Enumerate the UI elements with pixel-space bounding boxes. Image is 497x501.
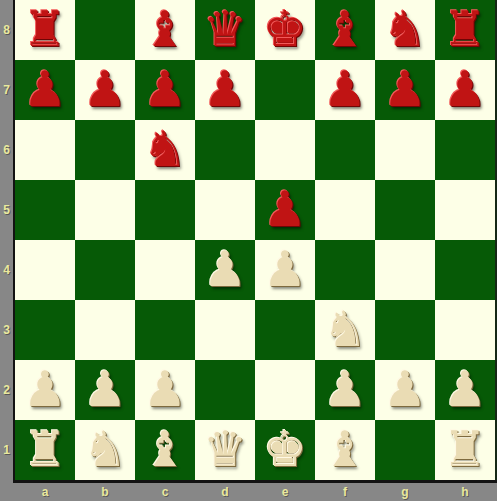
square-d7[interactable]: ♟ xyxy=(195,60,255,120)
square-d6[interactable] xyxy=(195,120,255,180)
square-c1[interactable]: ♝ xyxy=(135,420,195,480)
square-g1[interactable] xyxy=(375,420,435,480)
square-d2[interactable] xyxy=(195,360,255,420)
square-d4[interactable]: ♟ xyxy=(195,240,255,300)
square-a3[interactable] xyxy=(15,300,75,360)
piece-red-rook[interactable]: ♜ xyxy=(15,0,75,60)
square-a7[interactable]: ♟ xyxy=(15,60,75,120)
piece-red-knight[interactable]: ♞ xyxy=(135,120,195,180)
square-f8[interactable]: ♝ xyxy=(315,0,375,60)
piece-red-pawn[interactable]: ♟ xyxy=(195,60,255,120)
square-h3[interactable] xyxy=(435,300,495,360)
square-b2[interactable]: ♟ xyxy=(75,360,135,420)
square-e3[interactable] xyxy=(255,300,315,360)
square-h1[interactable]: ♜ xyxy=(435,420,495,480)
file-label-a: a xyxy=(15,483,75,501)
square-f5[interactable] xyxy=(315,180,375,240)
square-b7[interactable]: ♟ xyxy=(75,60,135,120)
piece-red-pawn[interactable]: ♟ xyxy=(135,60,195,120)
square-c5[interactable] xyxy=(135,180,195,240)
file-label-e: e xyxy=(255,483,315,501)
square-a8[interactable]: ♜ xyxy=(15,0,75,60)
square-e5[interactable]: ♟ xyxy=(255,180,315,240)
file-label-d: d xyxy=(195,483,255,501)
square-h2[interactable]: ♟ xyxy=(435,360,495,420)
piece-white-pawn[interactable]: ♟ xyxy=(375,360,435,420)
square-c6[interactable]: ♞ xyxy=(135,120,195,180)
square-a5[interactable] xyxy=(15,180,75,240)
file-labels: abcdefgh xyxy=(15,483,495,501)
square-f1[interactable]: ♝ xyxy=(315,420,375,480)
piece-white-rook[interactable]: ♜ xyxy=(435,420,495,480)
piece-white-bishop[interactable]: ♝ xyxy=(315,420,375,480)
square-a2[interactable]: ♟ xyxy=(15,360,75,420)
square-c8[interactable]: ♝ xyxy=(135,0,195,60)
file-label-g: g xyxy=(375,483,435,501)
square-e8[interactable]: ♚ xyxy=(255,0,315,60)
square-d1[interactable]: ♛ xyxy=(195,420,255,480)
rank-label-4: 4 xyxy=(0,240,13,300)
rank-label-3: 3 xyxy=(0,300,13,360)
rank-label-7: 7 xyxy=(0,60,13,120)
square-e1[interactable]: ♚ xyxy=(255,420,315,480)
square-d8[interactable]: ♛ xyxy=(195,0,255,60)
piece-white-rook[interactable]: ♜ xyxy=(15,420,75,480)
piece-red-king[interactable]: ♚ xyxy=(255,0,315,60)
square-a1[interactable]: ♜ xyxy=(15,420,75,480)
square-f2[interactable]: ♟ xyxy=(315,360,375,420)
square-g7[interactable]: ♟ xyxy=(375,60,435,120)
piece-red-pawn[interactable]: ♟ xyxy=(315,60,375,120)
piece-white-pawn[interactable]: ♟ xyxy=(315,360,375,420)
square-g4[interactable] xyxy=(375,240,435,300)
square-f3[interactable]: ♞ xyxy=(315,300,375,360)
piece-red-pawn[interactable]: ♟ xyxy=(255,180,315,240)
piece-red-bishop[interactable]: ♝ xyxy=(315,0,375,60)
piece-white-king[interactable]: ♚ xyxy=(255,420,315,480)
piece-white-queen[interactable]: ♛ xyxy=(195,420,255,480)
square-h8[interactable]: ♜ xyxy=(435,0,495,60)
square-c2[interactable]: ♟ xyxy=(135,360,195,420)
piece-white-pawn[interactable]: ♟ xyxy=(15,360,75,420)
piece-red-pawn[interactable]: ♟ xyxy=(375,60,435,120)
file-label-h: h xyxy=(435,483,495,501)
square-e4[interactable]: ♟ xyxy=(255,240,315,300)
piece-white-knight[interactable]: ♞ xyxy=(75,420,135,480)
file-label-b: b xyxy=(75,483,135,501)
square-b4[interactable] xyxy=(75,240,135,300)
square-b5[interactable] xyxy=(75,180,135,240)
square-e2[interactable] xyxy=(255,360,315,420)
board-left-border xyxy=(13,0,15,483)
chess-board: ♜♝♛♚♝♞♜♟♟♟♟♟♟♟♞♟♟♟♞♟♟♟♟♟♟♜♞♝♛♚♝♜ xyxy=(15,0,495,480)
square-a4[interactable] xyxy=(15,240,75,300)
piece-red-pawn[interactable]: ♟ xyxy=(75,60,135,120)
square-c4[interactable] xyxy=(135,240,195,300)
square-h5[interactable] xyxy=(435,180,495,240)
piece-white-pawn[interactable]: ♟ xyxy=(195,240,255,300)
file-label-c: c xyxy=(135,483,195,501)
piece-red-rook[interactable]: ♜ xyxy=(435,0,495,60)
square-d5[interactable] xyxy=(195,180,255,240)
square-e7[interactable] xyxy=(255,60,315,120)
square-h6[interactable] xyxy=(435,120,495,180)
piece-white-bishop[interactable]: ♝ xyxy=(135,420,195,480)
rank-label-6: 6 xyxy=(0,120,13,180)
rank-label-8: 8 xyxy=(0,0,13,60)
chess-app-window: 87654321 ♜♝♛♚♝♞♜♟♟♟♟♟♟♟♞♟♟♟♞♟♟♟♟♟♟♜♞♝♛♚♝… xyxy=(0,0,497,501)
square-f6[interactable] xyxy=(315,120,375,180)
square-g2[interactable]: ♟ xyxy=(375,360,435,420)
piece-white-knight[interactable]: ♞ xyxy=(315,300,375,360)
square-b3[interactable] xyxy=(75,300,135,360)
square-f4[interactable] xyxy=(315,240,375,300)
piece-white-pawn[interactable]: ♟ xyxy=(435,360,495,420)
square-f7[interactable]: ♟ xyxy=(315,60,375,120)
piece-red-pawn[interactable]: ♟ xyxy=(435,60,495,120)
square-e6[interactable] xyxy=(255,120,315,180)
piece-white-pawn[interactable]: ♟ xyxy=(255,240,315,300)
square-g8[interactable]: ♞ xyxy=(375,0,435,60)
rank-labels: 87654321 xyxy=(0,0,13,480)
piece-red-bishop[interactable]: ♝ xyxy=(135,0,195,60)
file-label-f: f xyxy=(315,483,375,501)
piece-white-pawn[interactable]: ♟ xyxy=(75,360,135,420)
square-d3[interactable] xyxy=(195,300,255,360)
piece-white-pawn[interactable]: ♟ xyxy=(135,360,195,420)
rank-label-2: 2 xyxy=(0,360,13,420)
square-b8[interactable] xyxy=(75,0,135,60)
rank-label-1: 1 xyxy=(0,420,13,480)
square-c3[interactable] xyxy=(135,300,195,360)
piece-red-pawn[interactable]: ♟ xyxy=(15,60,75,120)
square-c7[interactable]: ♟ xyxy=(135,60,195,120)
square-g5[interactable] xyxy=(375,180,435,240)
square-h7[interactable]: ♟ xyxy=(435,60,495,120)
square-h4[interactable] xyxy=(435,240,495,300)
square-g3[interactable] xyxy=(375,300,435,360)
square-b1[interactable]: ♞ xyxy=(75,420,135,480)
square-b6[interactable] xyxy=(75,120,135,180)
piece-red-knight[interactable]: ♞ xyxy=(375,0,435,60)
rank-label-5: 5 xyxy=(0,180,13,240)
square-a6[interactable] xyxy=(15,120,75,180)
piece-red-queen[interactable]: ♛ xyxy=(195,0,255,60)
square-g6[interactable] xyxy=(375,120,435,180)
